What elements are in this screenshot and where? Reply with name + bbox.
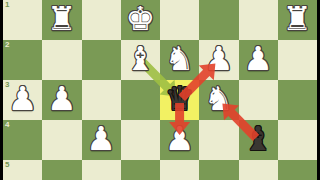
rank-label-4: 4: [5, 120, 9, 130]
square-h2[interactable]: 2: [3, 40, 42, 80]
rank-label-5: 5: [5, 160, 9, 170]
square-e3[interactable]: [121, 80, 160, 120]
square-b5[interactable]: [239, 160, 278, 180]
square-a4[interactable]: [278, 120, 317, 160]
black-bishop-b4[interactable]: ♝: [239, 119, 278, 159]
white-pawn-h3[interactable]: ♟: [3, 79, 42, 119]
square-a5[interactable]: [278, 160, 317, 180]
square-g5[interactable]: [42, 160, 81, 180]
square-g2[interactable]: [42, 40, 81, 80]
square-f1[interactable]: [82, 0, 121, 40]
white-knight-c3[interactable]: ♞: [199, 79, 238, 119]
chess-screenshot: 12345 ♜♚♜♟♟♞♝♞♛♟♟♝♟♟: [0, 0, 320, 180]
square-h4[interactable]: 4: [3, 120, 42, 160]
white-knight-d2[interactable]: ♞: [160, 39, 199, 79]
rank-label-1: 1: [5, 0, 9, 10]
square-f5[interactable]: [82, 160, 121, 180]
black-queen-d3[interactable]: ♛: [160, 79, 199, 119]
square-c5[interactable]: [199, 160, 238, 180]
square-d5[interactable]: [160, 160, 199, 180]
square-a3[interactable]: [278, 80, 317, 120]
white-rook-a1[interactable]: ♜: [278, 0, 317, 39]
square-g4[interactable]: [42, 120, 81, 160]
square-d1[interactable]: [160, 0, 199, 40]
square-c1[interactable]: [199, 0, 238, 40]
left-edge-bar: [0, 0, 3, 180]
square-b1[interactable]: [239, 0, 278, 40]
white-pawn-d4[interactable]: ♟: [160, 119, 199, 159]
white-bishop-e2[interactable]: ♝: [121, 39, 160, 79]
white-king-e1[interactable]: ♚: [121, 0, 160, 39]
square-f3[interactable]: [82, 80, 121, 120]
white-pawn-g3[interactable]: ♟: [42, 79, 81, 119]
square-f2[interactable]: [82, 40, 121, 80]
white-pawn-c2[interactable]: ♟: [199, 39, 238, 79]
square-b3[interactable]: [239, 80, 278, 120]
square-e5[interactable]: [121, 160, 160, 180]
square-a2[interactable]: [278, 40, 317, 80]
square-e4[interactable]: [121, 120, 160, 160]
square-h5[interactable]: 5: [3, 160, 42, 180]
white-pawn-f4[interactable]: ♟: [82, 119, 121, 159]
square-h1[interactable]: 1: [3, 0, 42, 40]
square-c4[interactable]: [199, 120, 238, 160]
white-rook-g1[interactable]: ♜: [42, 0, 81, 39]
rank-label-2: 2: [5, 40, 9, 50]
white-pawn-b2[interactable]: ♟: [239, 39, 278, 79]
